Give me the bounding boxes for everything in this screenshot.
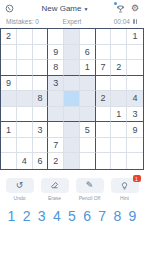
cell-r4c2[interactable] [17, 76, 33, 92]
numpad-1[interactable]: 1 [5, 207, 18, 225]
cell-r6c8[interactable]: 1 [111, 107, 127, 123]
cell-r1c5[interactable] [64, 29, 80, 45]
cell-r9c5[interactable] [64, 153, 80, 169]
undo-icon: ↺ [16, 181, 24, 190]
undo-label: Undo [14, 195, 26, 201]
cell-r3c4[interactable]: 8 [48, 60, 64, 76]
cell-r4c1[interactable]: 9 [1, 76, 17, 92]
cell-r2c1[interactable] [1, 45, 17, 61]
hint-badge: 1 [133, 175, 141, 182]
undo-button[interactable]: ↺ Undo [4, 178, 36, 201]
numpad-9[interactable]: 9 [126, 207, 139, 225]
cell-r2c8[interactable] [111, 45, 127, 61]
cell-r4c9[interactable] [127, 76, 143, 92]
numpad-5[interactable]: 5 [66, 207, 79, 225]
cell-r1c7[interactable] [96, 29, 112, 45]
cell-r7c1[interactable]: 1 [1, 122, 17, 138]
trophy-icon[interactable] [116, 4, 125, 14]
cell-r3c8[interactable]: 2 [111, 60, 127, 76]
difficulty-label: Expert [50, 18, 94, 25]
erase-button[interactable]: Erase [39, 178, 71, 201]
numpad-7[interactable]: 7 [96, 207, 109, 225]
pencil-button[interactable]: ✎ Pencil Off [74, 178, 106, 201]
cell-r1c2[interactable] [17, 29, 33, 45]
cell-r5c4[interactable] [48, 91, 64, 107]
cell-r2c9[interactable] [127, 45, 143, 61]
cell-r5c6[interactable] [80, 91, 96, 107]
back-icon[interactable] [5, 4, 14, 13]
cell-r5c9[interactable]: 4 [127, 91, 143, 107]
cell-r5c5[interactable] [64, 91, 80, 107]
cell-r8c5[interactable] [64, 138, 80, 154]
cell-r2c3[interactable] [33, 45, 49, 61]
cell-r9c8[interactable] [111, 153, 127, 169]
cell-r7c5[interactable] [64, 122, 80, 138]
cell-r9c6[interactable] [80, 153, 96, 169]
cell-r3c3[interactable] [33, 60, 49, 76]
cell-r1c1[interactable]: 2 [1, 29, 17, 45]
eraser-icon [50, 181, 59, 190]
cell-r5c3[interactable]: 8 [33, 91, 49, 107]
cell-r1c9[interactable]: 1 [127, 29, 143, 45]
cell-r9c4[interactable]: 2 [48, 153, 64, 169]
status-bar: Mistakes: 0 Expert 00:04 [0, 15, 144, 27]
cell-r3c9[interactable] [127, 60, 143, 76]
toolbar: ↺ Undo Erase ✎ Pencil Off [0, 178, 144, 201]
cell-r6c5[interactable] [64, 107, 80, 123]
cell-r3c2[interactable] [17, 60, 33, 76]
gear-icon[interactable]: ⚙ [131, 4, 139, 13]
cell-r6c7[interactable] [96, 107, 112, 123]
cell-r1c4[interactable] [48, 29, 64, 45]
cell-r3c1[interactable] [1, 60, 17, 76]
chevron-down-icon: ▼ [83, 6, 88, 12]
cell-r9c1[interactable] [1, 153, 17, 169]
header-actions: ⚙ [116, 4, 139, 14]
cell-r2c6[interactable]: 6 [80, 45, 96, 61]
mistakes-label: Mistakes: 0 [6, 18, 50, 25]
cell-r6c1[interactable] [1, 107, 17, 123]
cell-r2c5[interactable] [64, 45, 80, 61]
pencil-icon: ✎ [86, 181, 94, 190]
cell-r7c3[interactable]: 3 [33, 122, 49, 138]
cell-r7c8[interactable] [111, 122, 127, 138]
notification-dot [114, 2, 117, 5]
cell-r5c2[interactable] [17, 91, 33, 107]
cell-r2c2[interactable] [17, 45, 33, 61]
cell-r9c9[interactable] [127, 153, 143, 169]
sudoku-board: 21968172938241313597462 [0, 28, 144, 170]
cell-r2c7[interactable] [96, 45, 112, 61]
cell-r8c8[interactable] [111, 138, 127, 154]
sudoku-app: New Game ▼ ⚙ Mistakes: 0 Expert 00:04 21… [0, 0, 144, 256]
cell-r5c7[interactable]: 2 [96, 91, 112, 107]
cell-r9c7[interactable] [96, 153, 112, 169]
timer-label: 00:04 [114, 18, 130, 25]
cell-r1c3[interactable] [33, 29, 49, 45]
new-game-dropdown[interactable]: New Game ▼ [41, 4, 88, 13]
cell-r7c2[interactable] [17, 122, 33, 138]
numpad-3[interactable]: 3 [35, 207, 48, 225]
cell-r1c8[interactable] [111, 29, 127, 45]
hint-button[interactable]: Hint 1 [109, 178, 141, 201]
cell-r2c4[interactable]: 9 [48, 45, 64, 61]
cell-r1c6[interactable] [80, 29, 96, 45]
cell-r8c6[interactable] [80, 138, 96, 154]
pause-button[interactable] [132, 18, 138, 25]
cell-r6c4[interactable] [48, 107, 64, 123]
cell-r8c9[interactable] [127, 138, 143, 154]
cell-r7c4[interactable] [48, 122, 64, 138]
cell-r6c6[interactable] [80, 107, 96, 123]
cell-r8c2[interactable] [17, 138, 33, 154]
numpad-6[interactable]: 6 [81, 207, 94, 225]
cell-r9c2[interactable]: 4 [17, 153, 33, 169]
cell-r6c9[interactable]: 3 [127, 107, 143, 123]
cell-r4c7[interactable] [96, 76, 112, 92]
cell-r4c3[interactable] [33, 76, 49, 92]
header: New Game ▼ ⚙ [0, 0, 144, 14]
cell-r4c6[interactable] [80, 76, 96, 92]
cell-r3c7[interactable]: 7 [96, 60, 112, 76]
cell-r8c3[interactable] [33, 138, 49, 154]
pencil-label: Pencil Off [79, 195, 101, 201]
hint-label: Hint [120, 195, 129, 201]
numpad-8[interactable]: 8 [111, 207, 124, 225]
cell-r6c3[interactable] [33, 107, 49, 123]
cell-r4c5[interactable] [64, 76, 80, 92]
cell-r8c7[interactable] [96, 138, 112, 154]
numpad-4[interactable]: 4 [50, 207, 63, 225]
cell-r4c4[interactable]: 3 [48, 76, 64, 92]
lightbulb-icon [120, 181, 129, 191]
cell-r8c1[interactable] [1, 138, 17, 154]
cell-r5c1[interactable] [1, 91, 17, 107]
cell-r4c8[interactable] [111, 76, 127, 92]
cell-r7c7[interactable] [96, 122, 112, 138]
numpad: 123456789 [0, 207, 144, 225]
cell-r5c8[interactable] [111, 91, 127, 107]
numpad-2[interactable]: 2 [20, 207, 33, 225]
erase-label: Erase [48, 195, 61, 201]
cell-r7c9[interactable]: 9 [127, 122, 143, 138]
cell-r9c3[interactable]: 6 [33, 153, 49, 169]
cell-r3c6[interactable]: 1 [80, 60, 96, 76]
cell-r8c4[interactable]: 7 [48, 138, 64, 154]
page-title: New Game [41, 4, 81, 13]
cell-r7c6[interactable]: 5 [80, 122, 96, 138]
cell-r3c5[interactable] [64, 60, 80, 76]
cell-r6c2[interactable] [17, 107, 33, 123]
